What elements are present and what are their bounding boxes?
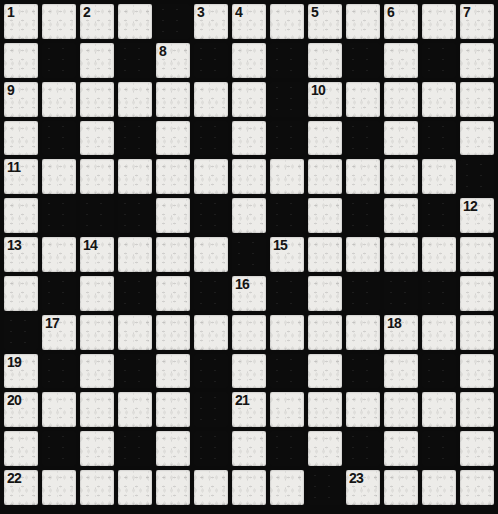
grid-cell[interactable] bbox=[422, 159, 456, 194]
grid-cell[interactable] bbox=[422, 470, 456, 505]
grid-cell[interactable] bbox=[118, 4, 152, 39]
grid-cell[interactable]: 4 bbox=[232, 4, 266, 39]
grid-cell[interactable]: 15 bbox=[270, 237, 304, 272]
clue-number: 19 bbox=[7, 354, 21, 371]
grid-cell-block bbox=[346, 431, 380, 466]
grid-cell-block bbox=[270, 43, 304, 78]
grid-cell-block bbox=[118, 276, 152, 311]
grid-cell-block bbox=[42, 431, 76, 466]
grid-cell[interactable] bbox=[80, 431, 114, 466]
grid-cell[interactable] bbox=[384, 354, 418, 389]
grid-cell[interactable] bbox=[80, 470, 114, 505]
grid-cell[interactable] bbox=[384, 198, 418, 233]
grid-cell[interactable] bbox=[460, 354, 494, 389]
grid-cell[interactable] bbox=[422, 82, 456, 117]
clue-number: 3 bbox=[197, 4, 204, 21]
grid-cell[interactable] bbox=[270, 159, 304, 194]
grid-cell[interactable] bbox=[80, 315, 114, 350]
grid-cell[interactable] bbox=[80, 43, 114, 78]
clue-number: 23 bbox=[349, 470, 363, 487]
grid-cell-block bbox=[270, 198, 304, 233]
grid-cell[interactable]: 22 bbox=[4, 470, 38, 505]
clue-number: 7 bbox=[463, 4, 470, 21]
grid-cell[interactable]: 13 bbox=[4, 237, 38, 272]
grid-cell-block bbox=[42, 276, 76, 311]
grid-cell-block bbox=[346, 276, 380, 311]
grid-cell[interactable] bbox=[194, 159, 228, 194]
clue-number: 18 bbox=[387, 315, 401, 332]
grid-cell[interactable] bbox=[308, 354, 342, 389]
grid-cell[interactable]: 6 bbox=[384, 4, 418, 39]
grid-cell[interactable] bbox=[460, 315, 494, 350]
grid-cell[interactable] bbox=[460, 276, 494, 311]
grid-cell-block bbox=[384, 276, 418, 311]
grid-cell[interactable] bbox=[42, 159, 76, 194]
grid-cell-block bbox=[270, 121, 304, 156]
grid-cell[interactable] bbox=[156, 470, 190, 505]
crossword-board: 1234567891011121314151617181920212223 bbox=[0, 0, 498, 514]
clue-number: 17 bbox=[45, 315, 59, 332]
grid-cell[interactable] bbox=[156, 121, 190, 156]
grid-cell[interactable] bbox=[232, 121, 266, 156]
grid-cell[interactable]: 3 bbox=[194, 4, 228, 39]
clue-number: 16 bbox=[235, 276, 249, 293]
grid-cell[interactable] bbox=[42, 4, 76, 39]
grid-cell[interactable] bbox=[232, 43, 266, 78]
grid-cell[interactable] bbox=[118, 392, 152, 427]
grid-cell[interactable] bbox=[460, 43, 494, 78]
grid-cell[interactable] bbox=[232, 315, 266, 350]
grid-cell[interactable] bbox=[460, 392, 494, 427]
grid-cell[interactable]: 7 bbox=[460, 4, 494, 39]
grid-cell[interactable] bbox=[270, 392, 304, 427]
grid-cell-block bbox=[308, 470, 342, 505]
grid-cell[interactable] bbox=[270, 315, 304, 350]
clue-number: 2 bbox=[83, 4, 90, 21]
grid-cell[interactable] bbox=[460, 470, 494, 505]
grid-cell[interactable] bbox=[384, 159, 418, 194]
grid-cell[interactable] bbox=[308, 431, 342, 466]
grid-cell[interactable] bbox=[194, 315, 228, 350]
grid-cell[interactable] bbox=[270, 470, 304, 505]
grid-cell[interactable] bbox=[460, 121, 494, 156]
grid-cell[interactable] bbox=[194, 470, 228, 505]
grid-cell-block bbox=[422, 121, 456, 156]
grid-cell[interactable] bbox=[80, 354, 114, 389]
clue-number: 20 bbox=[7, 392, 21, 409]
grid-cell[interactable]: 9 bbox=[4, 82, 38, 117]
grid-cell-block bbox=[118, 121, 152, 156]
grid-cell-block bbox=[422, 276, 456, 311]
grid-cell[interactable] bbox=[42, 82, 76, 117]
clue-number: 4 bbox=[235, 4, 242, 21]
grid-cell[interactable] bbox=[156, 392, 190, 427]
grid-cell[interactable] bbox=[4, 43, 38, 78]
grid-cell-block bbox=[42, 354, 76, 389]
grid-cell-block bbox=[422, 198, 456, 233]
grid-cell[interactable] bbox=[460, 431, 494, 466]
grid-cell-block bbox=[194, 431, 228, 466]
grid-cell-block bbox=[194, 121, 228, 156]
grid-cell-block bbox=[118, 198, 152, 233]
grid-cell[interactable] bbox=[156, 198, 190, 233]
grid-cell[interactable] bbox=[118, 237, 152, 272]
grid-cell[interactable] bbox=[42, 237, 76, 272]
grid-cell[interactable] bbox=[384, 470, 418, 505]
grid-cell[interactable] bbox=[156, 276, 190, 311]
grid-cell[interactable]: 14 bbox=[80, 237, 114, 272]
grid-cell[interactable]: 10 bbox=[308, 82, 342, 117]
grid-cell-block bbox=[270, 82, 304, 117]
grid-cell[interactable] bbox=[346, 4, 380, 39]
grid-cell[interactable] bbox=[346, 392, 380, 427]
grid-cell[interactable] bbox=[118, 82, 152, 117]
grid-cell-block bbox=[346, 354, 380, 389]
grid-cell[interactable] bbox=[194, 237, 228, 272]
grid-cell-block bbox=[118, 354, 152, 389]
grid-cell[interactable] bbox=[308, 392, 342, 427]
grid-cell-block bbox=[346, 198, 380, 233]
grid-cell[interactable] bbox=[270, 4, 304, 39]
grid-cell-block bbox=[194, 43, 228, 78]
grid-cell[interactable] bbox=[422, 315, 456, 350]
grid-cell[interactable] bbox=[80, 82, 114, 117]
clue-number: 1 bbox=[7, 4, 14, 21]
grid-cell[interactable]: 18 bbox=[384, 315, 418, 350]
grid-cell[interactable]: 2 bbox=[80, 4, 114, 39]
grid-cell[interactable] bbox=[460, 237, 494, 272]
grid-cell-block bbox=[194, 392, 228, 427]
grid-cell[interactable] bbox=[346, 159, 380, 194]
grid-cell-block bbox=[42, 121, 76, 156]
grid-cell[interactable] bbox=[118, 315, 152, 350]
grid-cell[interactable]: 1 bbox=[4, 4, 38, 39]
grid-cell[interactable] bbox=[232, 354, 266, 389]
grid-cell[interactable] bbox=[156, 159, 190, 194]
grid-cell-block bbox=[118, 43, 152, 78]
grid-cell-block bbox=[270, 354, 304, 389]
grid-cell[interactable] bbox=[4, 121, 38, 156]
clue-number: 12 bbox=[463, 198, 477, 215]
grid-cell[interactable] bbox=[460, 82, 494, 117]
grid-cell[interactable] bbox=[308, 237, 342, 272]
grid-cell[interactable] bbox=[384, 392, 418, 427]
grid-cell-block bbox=[4, 315, 38, 350]
grid-cell[interactable] bbox=[384, 431, 418, 466]
grid-cell[interactable] bbox=[232, 470, 266, 505]
grid-cell-block bbox=[270, 431, 304, 466]
grid-cell[interactable] bbox=[156, 315, 190, 350]
grid-cell[interactable] bbox=[422, 237, 456, 272]
clue-number: 14 bbox=[83, 237, 97, 254]
clue-number: 10 bbox=[311, 82, 325, 99]
grid-cell-block bbox=[460, 159, 494, 194]
grid-cell[interactable]: 12 bbox=[460, 198, 494, 233]
grid-cell[interactable] bbox=[384, 82, 418, 117]
grid-cell[interactable] bbox=[308, 276, 342, 311]
grid-cell[interactable] bbox=[156, 431, 190, 466]
grid-cell[interactable]: 8 bbox=[156, 43, 190, 78]
grid-cell[interactable] bbox=[80, 392, 114, 427]
grid-cell[interactable]: 16 bbox=[232, 276, 266, 311]
clue-number: 11 bbox=[7, 159, 20, 176]
grid-cell[interactable] bbox=[308, 121, 342, 156]
grid-cell-block bbox=[194, 354, 228, 389]
clue-number: 9 bbox=[7, 82, 14, 99]
grid-cell[interactable]: 21 bbox=[232, 392, 266, 427]
grid-cell-block bbox=[422, 43, 456, 78]
grid-cell-block bbox=[422, 354, 456, 389]
grid-cell[interactable] bbox=[232, 431, 266, 466]
grid-cell-block bbox=[156, 4, 190, 39]
grid-cell[interactable]: 11 bbox=[4, 159, 38, 194]
grid-cell[interactable] bbox=[42, 470, 76, 505]
grid-cell[interactable]: 17 bbox=[42, 315, 76, 350]
clue-number: 6 bbox=[387, 4, 394, 21]
grid-cell[interactable] bbox=[4, 198, 38, 233]
grid-cell[interactable] bbox=[346, 315, 380, 350]
grid-cell-block bbox=[422, 431, 456, 466]
clue-number: 22 bbox=[7, 470, 21, 487]
grid-cell[interactable] bbox=[118, 470, 152, 505]
grid-cell[interactable] bbox=[232, 198, 266, 233]
grid-cell[interactable] bbox=[308, 315, 342, 350]
grid-cell[interactable] bbox=[232, 159, 266, 194]
clue-number: 15 bbox=[273, 237, 287, 254]
grid-cell-block bbox=[42, 198, 76, 233]
grid-cell-block bbox=[80, 198, 114, 233]
clue-number: 8 bbox=[159, 43, 166, 60]
grid-cell[interactable] bbox=[232, 82, 266, 117]
grid-cell[interactable] bbox=[156, 82, 190, 117]
clue-number: 13 bbox=[7, 237, 21, 254]
grid-cell[interactable] bbox=[118, 159, 152, 194]
grid-cell[interactable] bbox=[308, 159, 342, 194]
grid-cell-block bbox=[118, 431, 152, 466]
grid-cell[interactable]: 23 bbox=[346, 470, 380, 505]
grid-cell-block bbox=[232, 237, 266, 272]
grid-cell[interactable]: 20 bbox=[4, 392, 38, 427]
grid-cell[interactable]: 5 bbox=[308, 4, 342, 39]
grid-cell-block bbox=[42, 43, 76, 78]
grid-cell[interactable] bbox=[384, 43, 418, 78]
grid-cell[interactable] bbox=[80, 121, 114, 156]
grid-cell[interactable] bbox=[156, 354, 190, 389]
grid-cell[interactable] bbox=[346, 237, 380, 272]
clue-number: 21 bbox=[235, 392, 249, 409]
grid-cell[interactable]: 19 bbox=[4, 354, 38, 389]
grid-cell-block bbox=[346, 121, 380, 156]
grid-cell-block bbox=[194, 276, 228, 311]
clue-number: 5 bbox=[311, 4, 318, 21]
grid-cell[interactable] bbox=[384, 237, 418, 272]
grid-cell[interactable] bbox=[422, 392, 456, 427]
grid-cell[interactable] bbox=[156, 237, 190, 272]
grid-cell[interactable] bbox=[384, 121, 418, 156]
grid-cell[interactable] bbox=[80, 276, 114, 311]
grid-cell-block bbox=[270, 276, 304, 311]
grid-cell[interactable] bbox=[346, 82, 380, 117]
grid-cell[interactable] bbox=[4, 431, 38, 466]
grid-cell[interactable] bbox=[308, 43, 342, 78]
grid-cell-block bbox=[346, 43, 380, 78]
grid-cell[interactable] bbox=[308, 198, 342, 233]
grid-cell[interactable] bbox=[194, 82, 228, 117]
grid-cell-block bbox=[194, 198, 228, 233]
grid-cell[interactable] bbox=[42, 392, 76, 427]
grid-cell[interactable] bbox=[422, 4, 456, 39]
grid-cell[interactable] bbox=[4, 276, 38, 311]
grid-cell[interactable] bbox=[80, 159, 114, 194]
